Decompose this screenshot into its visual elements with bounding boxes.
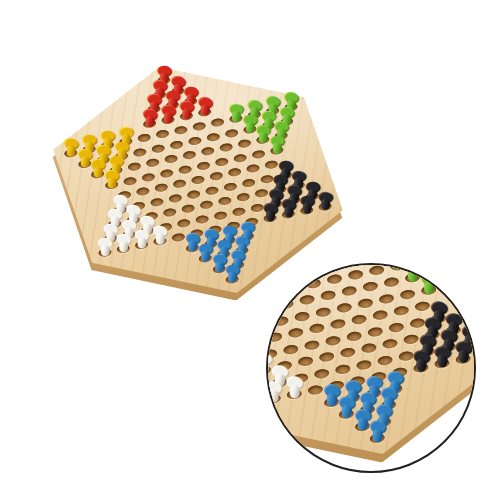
peg-head-glyph: ●: [461, 324, 476, 337]
board-hole-cell: ●: [221, 272, 244, 288]
board-hole: [362, 281, 379, 293]
peg-head-glyph: ●: [270, 134, 284, 145]
peg-green: ●: [426, 263, 442, 278]
peg-blue: ●: [370, 420, 386, 443]
board-hole: [192, 122, 207, 132]
peg-head-glyph: ●: [366, 375, 382, 388]
board-hole: [303, 339, 320, 351]
peg-head-glyph: ●: [122, 218, 136, 229]
board-hole: [171, 233, 186, 243]
board-hole-cell: ●: [130, 237, 153, 253]
board-hole: [194, 214, 209, 224]
board-hole: [318, 351, 335, 363]
board-hole-cell: ●: [149, 233, 172, 249]
board-hole-cell: ●: [94, 245, 117, 261]
board-hole: [367, 264, 384, 276]
peg-head-glyph: ●: [434, 345, 450, 358]
board-hole: [372, 310, 389, 322]
board-hole: [232, 153, 247, 163]
peg-head-glyph: ●: [83, 133, 97, 144]
board-hole: [122, 176, 137, 186]
peg-blue: ●: [354, 408, 370, 431]
peg-head-glyph: ●: [266, 95, 280, 106]
peg-head-glyph: ●: [282, 198, 296, 209]
peg-head-glyph: ●: [198, 96, 212, 107]
board-hole: [140, 172, 155, 182]
peg-head-glyph: ●: [420, 271, 436, 284]
peg-head-glyph: ●: [235, 235, 249, 246]
board-hole: [177, 165, 192, 175]
board-hole: [214, 157, 229, 167]
board-hole: [350, 314, 367, 326]
peg-white: ●: [287, 376, 303, 399]
peg-head-glyph: ●: [217, 239, 231, 250]
board-hole-cell: ●: [281, 385, 307, 404]
peg-head-glyph: ●: [179, 100, 193, 111]
board-hole: [383, 277, 400, 289]
peg-head-glyph: ●: [117, 233, 131, 244]
board-hole: [227, 167, 242, 177]
board-hole: [135, 187, 150, 197]
peg-white: ●: [135, 229, 149, 249]
board-hole-cell: ●: [405, 263, 431, 271]
board-hole-cell: ●: [112, 241, 135, 257]
peg-head-glyph: ●: [98, 237, 112, 248]
peg-blue: ●: [185, 232, 199, 252]
peg-head-glyph: ●: [319, 191, 333, 202]
peg-head-glyph: ●: [152, 79, 166, 90]
board-hole: [150, 144, 165, 154]
peg-head-glyph: ●: [266, 380, 282, 393]
peg-head-glyph: ●: [108, 208, 122, 219]
peg-head-glyph: ●: [268, 188, 282, 199]
peg-head-glyph: ●: [171, 75, 185, 86]
board-hole: [237, 139, 252, 149]
board-hole: [264, 160, 279, 170]
board-hole: [366, 326, 383, 338]
peg-head-glyph: ●: [229, 103, 243, 114]
board-hole: [167, 193, 182, 203]
board-hole: [377, 293, 394, 305]
board-hole: [345, 330, 362, 342]
board-hole: [335, 302, 352, 314]
peg-red: ●: [143, 108, 157, 128]
peg-head-glyph: ●: [91, 158, 105, 169]
board-hole: [266, 287, 279, 299]
board-hole: [200, 146, 215, 156]
board-hole: [164, 154, 179, 164]
peg-head-glyph: ●: [344, 379, 360, 392]
board-hole: [356, 297, 373, 309]
peg-head-glyph: ●: [456, 341, 472, 354]
peg-head-glyph: ●: [275, 120, 289, 131]
board-hole: [205, 132, 220, 142]
peg-black: ●: [264, 202, 278, 222]
board-hole: [376, 355, 393, 367]
peg-blue: ●: [199, 242, 213, 262]
board-hole: [282, 344, 299, 356]
board-hole: [320, 290, 337, 302]
board-hole: [314, 306, 331, 318]
peg-black: ●: [413, 349, 429, 372]
peg-red: ●: [179, 100, 193, 120]
board-hole: [360, 343, 377, 355]
peg-head-glyph: ●: [101, 130, 115, 141]
board-hole: [266, 381, 267, 393]
board-row: ●: [364, 429, 390, 448]
board-hole-cell: ●: [426, 263, 452, 266]
board-hole: [414, 301, 431, 313]
peg-head-glyph: ●: [425, 316, 441, 329]
peg-head-glyph: ●: [103, 222, 117, 233]
board-hole: [132, 147, 147, 157]
board-hole: [154, 183, 169, 193]
peg-head-glyph: ●: [105, 169, 119, 180]
board-hole-grid: ●●●●●●●●●●●●●●●●●●●●●●●●●●●●●●●●●●●●●●●●…: [266, 263, 476, 473]
board-hole-cell: [266, 333, 267, 352]
board-hole: [266, 320, 268, 332]
peg-yellow: ●: [64, 137, 78, 157]
peg-yellow: ●: [105, 169, 119, 189]
peg-head-glyph: ●: [323, 384, 339, 397]
board-hole: [277, 299, 294, 311]
board-hole: [186, 189, 201, 199]
peg-head-glyph: ●: [109, 154, 123, 165]
board-hole: [224, 128, 239, 138]
board-hole: [241, 178, 256, 188]
peg-head-glyph: ●: [287, 184, 301, 195]
peg-head-glyph: ●: [153, 225, 167, 236]
peg-blue: ●: [212, 253, 226, 273]
board-hole: [173, 125, 188, 135]
peg-black: ●: [434, 345, 450, 368]
peg-head-glyph: ●: [127, 204, 141, 215]
peg-green: ●: [390, 263, 406, 271]
board-hole-cell: [266, 316, 272, 335]
board-row: ●: [221, 272, 244, 288]
board-hole: [162, 208, 177, 218]
peg-head-glyph: ●: [161, 104, 175, 115]
peg-head-glyph: ●: [184, 86, 198, 97]
board-hole: [352, 263, 369, 264]
board-hole: [397, 350, 414, 362]
peg-head-glyph: ●: [140, 215, 154, 226]
board-hole: [176, 218, 191, 228]
peg-head-glyph: ●: [204, 228, 218, 239]
peg-head-glyph: ●: [78, 148, 92, 159]
board-hole: [212, 210, 227, 220]
peg-head-glyph: ●: [440, 329, 456, 342]
board-hole: [312, 368, 329, 380]
board-hole: [231, 207, 246, 217]
peg-head-glyph: ●: [264, 202, 278, 213]
board-hole: [298, 294, 315, 306]
board-hole: [346, 269, 363, 281]
peg-green: ●: [405, 263, 421, 283]
peg-head-glyph: ●: [222, 224, 236, 235]
board-hole: [187, 136, 202, 146]
peg-head-glyph: ●: [419, 333, 435, 346]
board-hole: [403, 334, 420, 346]
board-hole: [334, 363, 351, 375]
board-hole: [149, 197, 164, 207]
board-hole: [209, 171, 224, 181]
board-hole: [393, 305, 410, 317]
board-hole: [410, 263, 427, 267]
board-hole: [293, 311, 310, 323]
board-hole: [210, 118, 225, 128]
peg-blue: ●: [226, 263, 240, 283]
board-hole: [297, 356, 314, 368]
board-hole: [181, 204, 196, 214]
peg-head-glyph: ●: [212, 253, 226, 264]
peg-head-glyph: ●: [230, 249, 244, 260]
peg-head-glyph: ●: [273, 173, 287, 184]
peg-black: ●: [456, 341, 472, 364]
peg-green: ●: [256, 124, 270, 144]
chinese-checkers-board-detail: ●●●●●●●●●●●●●●●●●●●●●●●●●●●●●●●●●●●●●●●●…: [266, 263, 476, 473]
peg-head-glyph: ●: [387, 370, 403, 383]
peg-yellow: ●: [78, 148, 92, 168]
board-hole: [408, 317, 425, 329]
peg-head-glyph: ●: [256, 124, 270, 135]
peg-green: ●: [411, 263, 427, 266]
peg-head-glyph: ●: [280, 106, 294, 117]
board-hole: [236, 192, 251, 202]
peg-white: ●: [117, 233, 131, 253]
board-hole: [195, 161, 210, 171]
board-hole: [246, 164, 261, 174]
board-hole-cell: ●: [408, 359, 434, 378]
board-hole: [254, 188, 269, 198]
peg-white: ●: [266, 380, 282, 403]
board-hole: [182, 150, 197, 160]
peg-head-glyph: ●: [96, 144, 110, 155]
peg-red: ●: [198, 96, 212, 116]
board-hole: [127, 162, 142, 172]
board-hole: [222, 182, 237, 192]
peg-white: ●: [153, 225, 167, 245]
peg-red: ●: [161, 104, 175, 124]
peg-head-glyph: ●: [292, 170, 306, 181]
board-hole: [172, 179, 187, 189]
peg-green: ●: [243, 113, 257, 133]
peg-head-glyph: ●: [305, 180, 319, 191]
board-hole: [199, 200, 214, 210]
peg-head-glyph: ●: [166, 89, 180, 100]
board-hole: [250, 149, 265, 159]
peg-head-glyph: ●: [119, 126, 133, 137]
board-hole-cell: ●: [259, 210, 282, 226]
peg-head-glyph: ●: [113, 194, 127, 205]
board-hole: [341, 285, 358, 297]
board-hole: [145, 158, 160, 168]
board-hole: [355, 359, 372, 371]
board-hole-cell: [266, 300, 278, 319]
board-hole: [272, 315, 289, 327]
peg-head-glyph: ●: [375, 403, 391, 416]
board-hole: [283, 282, 300, 294]
peg-head-glyph: ●: [143, 108, 157, 119]
board-hole: [387, 322, 404, 334]
board-hole-cell: ●: [364, 429, 390, 448]
board-hole: [266, 332, 283, 344]
peg-head-glyph: ●: [185, 232, 199, 243]
board-hole: [324, 335, 341, 347]
peg-head-glyph: ●: [135, 229, 149, 240]
peg-head-glyph: ●: [243, 113, 257, 124]
detail-inset-circle: ●●●●●●●●●●●●●●●●●●●●●●●●●●●●●●●●●●●●●●●●…: [266, 263, 476, 473]
board-hole-cell: ●: [277, 206, 300, 222]
board-hole: [329, 318, 346, 330]
peg-head-glyph: ●: [426, 263, 442, 267]
peg-head-glyph: ●: [446, 312, 462, 325]
board-hole: [155, 129, 170, 139]
board-hole: [249, 203, 264, 213]
peg-black: ●: [282, 198, 296, 218]
peg-head-glyph: ●: [278, 159, 292, 170]
peg-head-glyph: ●: [300, 194, 314, 205]
peg-head-glyph: ●: [240, 220, 254, 231]
peg-green: ●: [420, 271, 436, 294]
board-hole-cell: ●: [450, 350, 476, 369]
board-hole-cell: ●: [429, 354, 455, 373]
peg-head-glyph: ●: [64, 137, 78, 148]
peg-blue: ●: [323, 384, 339, 407]
board-hole: [339, 347, 356, 359]
board-hole: [304, 278, 321, 290]
board-hole-cell: ●: [314, 199, 337, 215]
board-hole: [307, 384, 324, 396]
board-hole: [204, 186, 219, 196]
board-hole: [381, 338, 398, 350]
board-hole-cell: ●: [296, 203, 319, 219]
peg-head-glyph: ●: [405, 263, 421, 272]
board-hole: [137, 133, 152, 143]
peg-head-glyph: ●: [413, 349, 429, 362]
peg-head-glyph: ●: [287, 376, 303, 389]
peg-head-glyph: ●: [339, 396, 355, 409]
peg-head-glyph: ●: [284, 91, 298, 102]
peg-head-glyph: ●: [381, 387, 397, 400]
peg-head-glyph: ●: [248, 99, 262, 110]
peg-head-glyph: ●: [271, 364, 287, 377]
board-hole: [259, 174, 274, 184]
board-hole: [398, 289, 415, 301]
peg-head-glyph: ●: [370, 420, 386, 433]
peg-black: ●: [319, 191, 333, 211]
peg-head-glyph: ●: [430, 300, 446, 313]
peg-head-glyph: ●: [360, 391, 376, 404]
product-photo: ●●●●●●●●●●●●●●●●●●●●●●●●●●●●●●●●●●●●●●●●…: [0, 0, 500, 500]
board-hole: [169, 140, 184, 150]
peg-head-glyph: ●: [261, 109, 275, 120]
board-hole: [219, 143, 234, 153]
board-hole: [266, 303, 274, 315]
board-hole: [308, 323, 325, 335]
board-hole: [217, 196, 232, 206]
peg-head-glyph: ●: [114, 140, 128, 151]
peg-head-glyph: ●: [157, 64, 171, 75]
board-hole: [190, 175, 205, 185]
peg-white: ●: [98, 237, 112, 257]
peg-blue: ●: [339, 396, 355, 419]
peg-green: ●: [229, 103, 243, 123]
peg-green: ●: [270, 134, 284, 154]
board-hole: [325, 273, 342, 285]
board-hole: [425, 268, 442, 280]
peg-yellow: ●: [91, 158, 105, 178]
peg-head-glyph: ●: [199, 242, 213, 253]
peg-black: ●: [300, 194, 314, 214]
peg-head-glyph: ●: [147, 93, 161, 104]
board-hole: [287, 327, 304, 339]
peg-head-glyph: ●: [226, 263, 240, 274]
peg-head-glyph: ●: [354, 408, 370, 421]
board-hole: [159, 168, 174, 178]
